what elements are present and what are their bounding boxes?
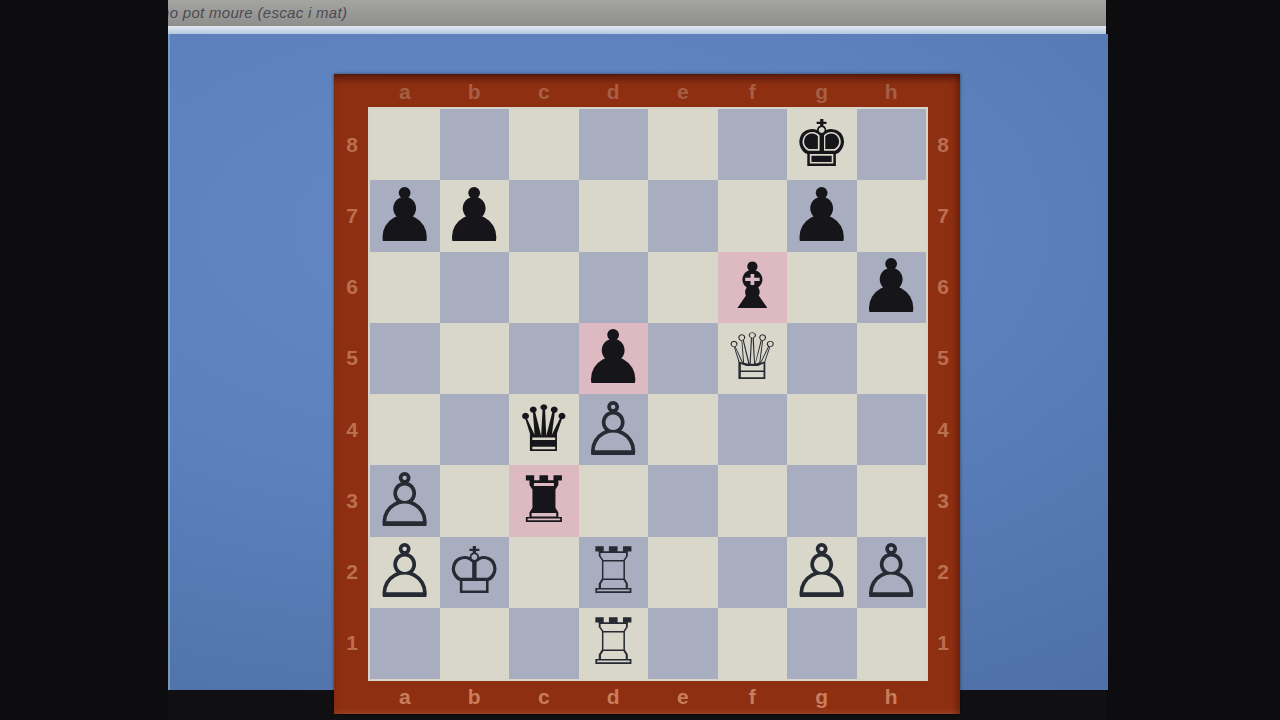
file-label-f-top: f [718,74,788,109]
file-label-h-bottom: h [857,679,927,714]
piece-white-pawn[interactable]: ♙ [858,537,924,608]
rank-label-3-left: 3 [334,465,370,536]
square-b5[interactable] [440,323,510,394]
square-c3[interactable]: ♜ [509,465,579,536]
square-g8[interactable]: ♚ [787,109,857,180]
square-f2[interactable] [718,537,788,608]
square-d5[interactable]: ♟ [579,323,649,394]
rank-label-8-right: 8 [926,109,960,180]
rank-label-4-left: 4 [334,394,370,465]
square-b7[interactable]: ♟ [440,180,510,251]
status-bar: no pot moure (escac i mat) [168,0,1106,26]
square-h6[interactable]: ♟ [857,252,927,323]
square-d2[interactable]: ♖ [579,537,649,608]
square-d3[interactable] [579,465,649,536]
piece-black-pawn[interactable]: ♟ [441,180,507,251]
square-b4[interactable] [440,394,510,465]
file-label-a-top: a [370,74,440,109]
rank-label-5-right: 5 [926,323,960,394]
square-h5[interactable] [857,323,927,394]
square-e6[interactable] [648,252,718,323]
rank-label-2-right: 2 [926,537,960,608]
piece-white-queen[interactable]: ♕ [724,325,781,389]
file-label-e-top: e [648,74,718,109]
square-a3[interactable]: ♙ [370,465,440,536]
chess-board: abcdefgh abcdefgh 87654321 87654321 ♚♟♟♟… [334,74,960,714]
desktop-background: abcdefgh abcdefgh 87654321 87654321 ♚♟♟♟… [168,34,1108,690]
square-b6[interactable] [440,252,510,323]
file-label-h-top: h [857,74,927,109]
rank-label-8-left: 8 [334,109,370,180]
square-h8[interactable] [857,109,927,180]
square-a4[interactable] [370,394,440,465]
screen-content: abcdefgh abcdefgh 87654321 87654321 ♚♟♟♟… [168,0,1106,720]
window-edge-strip [168,26,1106,34]
square-d4[interactable]: ♙ [579,394,649,465]
square-a5[interactable] [370,323,440,394]
piece-black-pawn[interactable]: ♟ [580,323,646,394]
letterbox-right [1106,0,1280,720]
piece-white-pawn[interactable]: ♙ [372,465,438,536]
piece-white-pawn[interactable]: ♙ [580,394,646,465]
square-h3[interactable] [857,465,927,536]
rank-label-2-left: 2 [334,537,370,608]
square-d8[interactable] [579,109,649,180]
file-labels-top: abcdefgh [370,74,926,109]
square-d1[interactable]: ♖ [579,608,649,679]
square-a7[interactable]: ♟ [370,180,440,251]
piece-black-queen[interactable]: ♛ [515,397,572,461]
square-e1[interactable] [648,608,718,679]
file-label-g-top: g [787,74,857,109]
square-g3[interactable] [787,465,857,536]
square-g1[interactable] [787,608,857,679]
square-a6[interactable] [370,252,440,323]
file-label-f-bottom: f [718,679,788,714]
square-g2[interactable]: ♙ [787,537,857,608]
piece-black-bishop[interactable]: ♝ [724,254,781,318]
piece-black-pawn[interactable]: ♟ [789,180,855,251]
rank-label-1-left: 1 [334,608,370,679]
file-label-g-bottom: g [787,679,857,714]
piece-black-pawn[interactable]: ♟ [858,252,924,323]
rank-label-5-left: 5 [334,323,370,394]
square-e3[interactable] [648,465,718,536]
square-g7[interactable]: ♟ [787,180,857,251]
square-f1[interactable] [718,608,788,679]
file-label-c-top: c [509,74,579,109]
piece-white-king[interactable]: ♔ [446,539,503,603]
square-e4[interactable] [648,394,718,465]
file-label-e-bottom: e [648,679,718,714]
square-f7[interactable] [718,180,788,251]
square-a1[interactable] [370,608,440,679]
piece-black-king[interactable]: ♚ [793,112,850,176]
square-g4[interactable] [787,394,857,465]
square-e7[interactable] [648,180,718,251]
square-h2[interactable]: ♙ [857,537,927,608]
square-f6[interactable]: ♝ [718,252,788,323]
rank-label-7-left: 7 [334,180,370,251]
rank-labels-left: 87654321 [334,109,370,679]
square-a8[interactable] [370,109,440,180]
square-e5[interactable] [648,323,718,394]
square-h1[interactable] [857,608,927,679]
square-c2[interactable] [509,537,579,608]
status-text: no pot moure (escac i mat) [168,0,1106,25]
square-b8[interactable] [440,109,510,180]
square-b2[interactable]: ♔ [440,537,510,608]
square-f5[interactable]: ♕ [718,323,788,394]
square-e8[interactable] [648,109,718,180]
square-f3[interactable] [718,465,788,536]
piece-white-pawn[interactable]: ♙ [372,537,438,608]
square-e2[interactable] [648,537,718,608]
square-c8[interactable] [509,109,579,180]
rank-label-3-right: 3 [926,465,960,536]
square-f4[interactable] [718,394,788,465]
square-g5[interactable] [787,323,857,394]
rank-label-6-right: 6 [926,252,960,323]
piece-black-pawn[interactable]: ♟ [372,180,438,251]
rank-label-6-left: 6 [334,252,370,323]
rank-label-4-right: 4 [926,394,960,465]
square-b1[interactable] [440,608,510,679]
file-labels-bottom: abcdefgh [370,679,926,714]
letterbox-left [0,0,168,720]
square-f8[interactable] [718,109,788,180]
rank-label-7-right: 7 [926,180,960,251]
square-h7[interactable] [857,180,927,251]
square-c4[interactable]: ♛ [509,394,579,465]
piece-white-pawn[interactable]: ♙ [789,537,855,608]
file-label-b-bottom: b [440,679,510,714]
square-h4[interactable] [857,394,927,465]
piece-black-rook[interactable]: ♜ [515,468,572,532]
file-label-b-top: b [440,74,510,109]
square-c7[interactable] [509,180,579,251]
rank-labels-right: 87654321 [926,109,960,679]
square-b3[interactable] [440,465,510,536]
square-d6[interactable] [579,252,649,323]
square-a2[interactable]: ♙ [370,537,440,608]
board-squares: ♚♟♟♟♝♟♟♕♛♙♙♜♙♔♖♙♙♖ [370,109,926,679]
square-c5[interactable] [509,323,579,394]
square-c1[interactable] [509,608,579,679]
file-label-d-bottom: d [579,679,649,714]
file-label-d-top: d [579,74,649,109]
piece-white-rook[interactable]: ♖ [585,610,642,674]
square-g6[interactable] [787,252,857,323]
square-c6[interactable] [509,252,579,323]
file-label-a-bottom: a [370,679,440,714]
square-d7[interactable] [579,180,649,251]
file-label-c-bottom: c [509,679,579,714]
piece-white-rook[interactable]: ♖ [585,539,642,603]
rank-label-1-right: 1 [926,608,960,679]
